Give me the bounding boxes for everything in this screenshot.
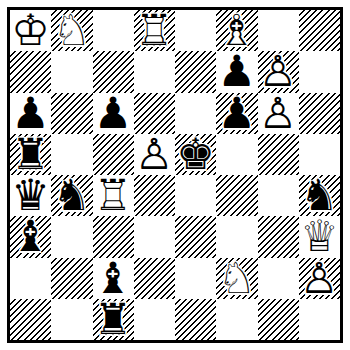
square-h2[interactable]: ♟♙: [299, 258, 340, 299]
square-e3[interactable]: [175, 216, 216, 257]
square-d5[interactable]: ♟♙: [134, 134, 175, 175]
square-b1[interactable]: [51, 299, 92, 340]
square-e1[interactable]: [175, 299, 216, 340]
white-pawn: ♟♙: [134, 134, 175, 175]
white-knight-outline: ♘: [216, 258, 257, 299]
black-queen-glyph: ♛: [10, 175, 51, 216]
square-d7[interactable]: [134, 51, 175, 92]
black-pawn: ♟: [216, 51, 257, 92]
white-pawn-outline: ♙: [134, 134, 175, 175]
square-e6[interactable]: [175, 93, 216, 134]
square-f5[interactable]: [216, 134, 257, 175]
square-e5[interactable]: ♚: [175, 134, 216, 175]
square-c6[interactable]: ♟: [93, 93, 134, 134]
square-b6[interactable]: [51, 93, 92, 134]
black-pawn: ♟: [10, 93, 51, 134]
black-king: ♚: [175, 134, 216, 175]
square-a1[interactable]: [10, 299, 51, 340]
black-knight-glyph: ♞: [51, 175, 92, 216]
black-knight: ♞: [299, 175, 340, 216]
square-g3[interactable]: [258, 216, 299, 257]
square-e4[interactable]: [175, 175, 216, 216]
white-rook-outline: ♖: [93, 175, 134, 216]
black-rook-glyph: ♜: [10, 134, 51, 175]
white-bishop: ♝♗: [216, 10, 257, 51]
square-b4[interactable]: ♞: [51, 175, 92, 216]
square-h3[interactable]: ♛♕: [299, 216, 340, 257]
chess-board-frame: ♚♔♞♘♜♖♝♗♟♟♙♟♟♟♟♙♜♟♙♚♛♞♜♖♞♝♛♕♝♞♘♟♙♜: [7, 7, 343, 343]
white-knight-outline: ♘: [51, 10, 92, 51]
square-f6[interactable]: ♟: [216, 93, 257, 134]
white-rook: ♜♖: [93, 175, 134, 216]
white-queen-outline: ♕: [299, 216, 340, 257]
square-f4[interactable]: [216, 175, 257, 216]
square-a2[interactable]: [10, 258, 51, 299]
square-c2[interactable]: ♝: [93, 258, 134, 299]
chess-diagram-page: ♚♔♞♘♜♖♝♗♟♟♙♟♟♟♟♙♜♟♙♚♛♞♜♖♞♝♛♕♝♞♘♟♙♜: [0, 0, 350, 350]
square-g4[interactable]: [258, 175, 299, 216]
square-f8[interactable]: ♝♗: [216, 10, 257, 51]
chess-board: ♚♔♞♘♜♖♝♗♟♟♙♟♟♟♟♙♜♟♙♚♛♞♜♖♞♝♛♕♝♞♘♟♙♜: [10, 10, 340, 340]
square-g6[interactable]: ♟♙: [258, 93, 299, 134]
square-f2[interactable]: ♞♘: [216, 258, 257, 299]
square-d8[interactable]: ♜♖: [134, 10, 175, 51]
black-pawn: ♟: [93, 93, 134, 134]
square-e2[interactable]: [175, 258, 216, 299]
square-d1[interactable]: [134, 299, 175, 340]
square-c1[interactable]: ♜: [93, 299, 134, 340]
white-king: ♚♔: [10, 10, 51, 51]
square-a5[interactable]: ♜: [10, 134, 51, 175]
black-knight-glyph: ♞: [299, 175, 340, 216]
square-f1[interactable]: [216, 299, 257, 340]
black-pawn-glyph: ♟: [216, 93, 257, 134]
square-b2[interactable]: [51, 258, 92, 299]
square-c8[interactable]: [93, 10, 134, 51]
square-h1[interactable]: [299, 299, 340, 340]
black-rook: ♜: [93, 299, 134, 340]
square-b8[interactable]: ♞♘: [51, 10, 92, 51]
square-c4[interactable]: ♜♖: [93, 175, 134, 216]
white-pawn-outline: ♙: [258, 93, 299, 134]
square-a3[interactable]: ♝: [10, 216, 51, 257]
square-d6[interactable]: [134, 93, 175, 134]
white-queen: ♛♕: [299, 216, 340, 257]
white-king-outline: ♔: [10, 10, 51, 51]
square-h7[interactable]: [299, 51, 340, 92]
square-c3[interactable]: [93, 216, 134, 257]
black-bishop-glyph: ♝: [10, 216, 51, 257]
black-queen: ♛: [10, 175, 51, 216]
square-g5[interactable]: [258, 134, 299, 175]
white-pawn: ♟♙: [258, 93, 299, 134]
square-d4[interactable]: [134, 175, 175, 216]
square-d3[interactable]: [134, 216, 175, 257]
square-g2[interactable]: [258, 258, 299, 299]
square-a7[interactable]: [10, 51, 51, 92]
square-f3[interactable]: [216, 216, 257, 257]
square-c7[interactable]: [93, 51, 134, 92]
square-b5[interactable]: [51, 134, 92, 175]
square-h6[interactable]: [299, 93, 340, 134]
square-c5[interactable]: [93, 134, 134, 175]
black-pawn: ♟: [216, 93, 257, 134]
square-a4[interactable]: ♛: [10, 175, 51, 216]
square-h4[interactable]: ♞: [299, 175, 340, 216]
square-d2[interactable]: [134, 258, 175, 299]
white-pawn: ♟♙: [258, 51, 299, 92]
black-pawn-glyph: ♟: [216, 51, 257, 92]
black-pawn-glyph: ♟: [10, 93, 51, 134]
white-pawn: ♟♙: [299, 258, 340, 299]
square-f7[interactable]: ♟: [216, 51, 257, 92]
black-bishop: ♝: [10, 216, 51, 257]
white-bishop-outline: ♗: [216, 10, 257, 51]
white-rook: ♜♖: [134, 10, 175, 51]
black-pawn-glyph: ♟: [93, 93, 134, 134]
square-e7[interactable]: [175, 51, 216, 92]
black-rook: ♜: [10, 134, 51, 175]
square-h5[interactable]: [299, 134, 340, 175]
square-g8[interactable]: [258, 10, 299, 51]
white-pawn-outline: ♙: [258, 51, 299, 92]
square-b3[interactable]: [51, 216, 92, 257]
square-a6[interactable]: ♟: [10, 93, 51, 134]
black-bishop-glyph: ♝: [93, 258, 134, 299]
square-e8[interactable]: [175, 10, 216, 51]
black-king-glyph: ♚: [175, 134, 216, 175]
black-rook-glyph: ♜: [93, 299, 134, 340]
square-g7[interactable]: ♟♙: [258, 51, 299, 92]
square-h8[interactable]: [299, 10, 340, 51]
white-pawn-outline: ♙: [299, 258, 340, 299]
square-b7[interactable]: [51, 51, 92, 92]
black-knight: ♞: [51, 175, 92, 216]
square-g1[interactable]: [258, 299, 299, 340]
square-a8[interactable]: ♚♔: [10, 10, 51, 51]
white-rook-outline: ♖: [134, 10, 175, 51]
white-knight: ♞♘: [216, 258, 257, 299]
white-knight: ♞♘: [51, 10, 92, 51]
black-bishop: ♝: [93, 258, 134, 299]
